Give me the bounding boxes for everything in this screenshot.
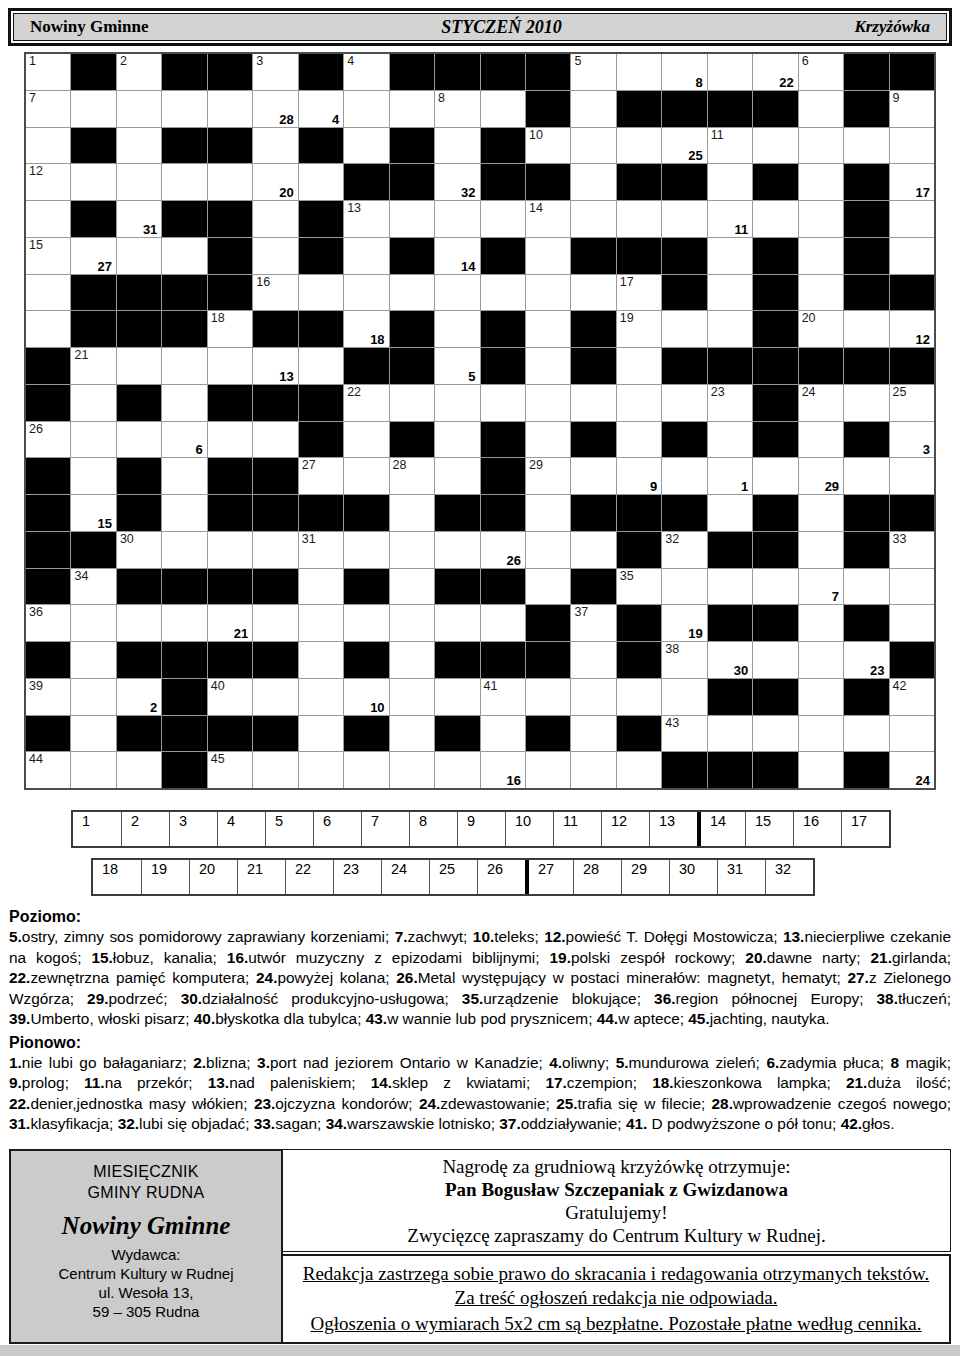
solution-box-12[interactable]: 12 bbox=[601, 812, 649, 846]
cell-r10c9[interactable] bbox=[390, 385, 434, 421]
cell-r10c12[interactable] bbox=[526, 385, 570, 421]
cell-r18c10[interactable] bbox=[435, 679, 479, 715]
cell-r16c10[interactable] bbox=[435, 605, 479, 641]
cell-r3c6[interactable] bbox=[253, 128, 297, 164]
cell-r10c15[interactable] bbox=[662, 385, 706, 421]
cell-r17c15[interactable]: 38 bbox=[662, 642, 706, 678]
cell-r4c5[interactable] bbox=[208, 164, 252, 200]
solution-box-20[interactable]: 20 bbox=[189, 860, 237, 894]
cell-r15c14[interactable]: 35 bbox=[617, 569, 661, 605]
cell-r17c19[interactable]: 23 bbox=[844, 642, 888, 678]
solution-box-28[interactable]: 28 bbox=[573, 860, 621, 894]
cell-r5c14[interactable] bbox=[617, 201, 661, 237]
cell-r12c12[interactable]: 29 bbox=[526, 458, 570, 494]
cell-r1c8[interactable]: 4 bbox=[344, 54, 388, 90]
winner-name: Pan Bogusław Szczepaniak z Gwizdanowa bbox=[289, 1178, 944, 1201]
cell-r2c7[interactable]: 4 bbox=[299, 91, 343, 127]
cell-r9c5[interactable] bbox=[208, 348, 252, 384]
cipher-number: 25 bbox=[688, 148, 702, 163]
cell-r2c3[interactable] bbox=[117, 91, 161, 127]
cell-r12c7[interactable]: 27 bbox=[299, 458, 343, 494]
cell-r11c4[interactable]: 6 bbox=[162, 422, 206, 458]
cell-r9c12[interactable] bbox=[526, 348, 570, 384]
cell-r17c9[interactable] bbox=[390, 642, 434, 678]
solution-box-24[interactable]: 24 bbox=[381, 860, 429, 894]
cell-r10c20[interactable]: 25 bbox=[890, 385, 934, 421]
cell-r20c10[interactable] bbox=[435, 752, 479, 788]
cell-r12c17[interactable] bbox=[753, 458, 797, 494]
cell-r8c5[interactable]: 18 bbox=[208, 311, 252, 347]
cell-r4c2[interactable] bbox=[71, 164, 115, 200]
solution-box-4[interactable]: 4 bbox=[217, 812, 265, 846]
solution-box-29[interactable]: 29 bbox=[621, 860, 669, 894]
cell-r6c18[interactable] bbox=[799, 238, 843, 274]
cell-r11c13-block bbox=[571, 422, 615, 458]
cell-r5c10[interactable] bbox=[435, 201, 479, 237]
cell-r3c16[interactable]: 11 bbox=[708, 128, 752, 164]
cell-r9c10[interactable]: 5 bbox=[435, 348, 479, 384]
cell-r18c20[interactable]: 42 bbox=[890, 679, 934, 715]
cell-r19c16[interactable] bbox=[708, 716, 752, 752]
cell-r4c1[interactable]: 12 bbox=[26, 164, 70, 200]
cell-r1c13[interactable]: 5 bbox=[571, 54, 615, 90]
cell-r12c19[interactable] bbox=[844, 458, 888, 494]
cell-r18c1[interactable]: 39 bbox=[26, 679, 70, 715]
cell-r11c5[interactable] bbox=[208, 422, 252, 458]
cell-r20c13[interactable] bbox=[571, 752, 615, 788]
cell-r12c8[interactable] bbox=[344, 458, 388, 494]
cell-r17c16[interactable]: 30 bbox=[708, 642, 752, 678]
solution-box-5[interactable]: 5 bbox=[265, 812, 313, 846]
cell-r20c11[interactable]: 16 bbox=[481, 752, 525, 788]
cell-r7c13[interactable] bbox=[571, 275, 615, 311]
cell-r10c14[interactable] bbox=[617, 385, 661, 421]
cell-r2c2[interactable] bbox=[71, 91, 115, 127]
cell-r15c15[interactable] bbox=[662, 569, 706, 605]
cell-r15c7[interactable] bbox=[299, 569, 343, 605]
cell-r14c12[interactable] bbox=[526, 532, 570, 568]
cipher-number: 18 bbox=[370, 332, 384, 347]
cell-r4c3[interactable] bbox=[117, 164, 161, 200]
cell-r3c20[interactable] bbox=[890, 128, 934, 164]
cell-r15c16[interactable] bbox=[708, 569, 752, 605]
cell-r7c11[interactable] bbox=[481, 275, 525, 311]
cell-r3c12[interactable]: 10 bbox=[526, 128, 570, 164]
cell-r3c18[interactable] bbox=[799, 128, 843, 164]
cell-r8c10[interactable] bbox=[435, 311, 479, 347]
cell-r9c3[interactable] bbox=[117, 348, 161, 384]
cell-r2c5[interactable] bbox=[208, 91, 252, 127]
cell-r14c16-block bbox=[708, 532, 752, 568]
solution-box-18[interactable]: 18 bbox=[93, 860, 141, 894]
cell-r18c2[interactable] bbox=[71, 679, 115, 715]
cell-r14c9[interactable] bbox=[390, 532, 434, 568]
cell-r19c11[interactable] bbox=[481, 716, 525, 752]
cell-r12c16[interactable]: 1 bbox=[708, 458, 752, 494]
cell-r2c1[interactable]: 7 bbox=[26, 91, 70, 127]
cell-r9c17-block bbox=[753, 348, 797, 384]
solution-box-30[interactable]: 30 bbox=[669, 860, 717, 894]
cell-r4c16[interactable] bbox=[708, 164, 752, 200]
cell-r10c13[interactable] bbox=[571, 385, 615, 421]
cell-r4c7[interactable] bbox=[299, 164, 343, 200]
cell-r14c7[interactable]: 31 bbox=[299, 532, 343, 568]
cell-r4c10[interactable]: 32 bbox=[435, 164, 479, 200]
cell-r12c18[interactable]: 29 bbox=[799, 458, 843, 494]
cell-r20c12[interactable] bbox=[526, 752, 570, 788]
cell-r12c9[interactable]: 28 bbox=[390, 458, 434, 494]
cell-r14c4[interactable] bbox=[162, 532, 206, 568]
cell-r18c9[interactable] bbox=[390, 679, 434, 715]
cell-r5c13[interactable] bbox=[571, 201, 615, 237]
solution-box-6[interactable]: 6 bbox=[313, 812, 361, 846]
solution-box-31[interactable]: 31 bbox=[717, 860, 765, 894]
cell-r17c7[interactable] bbox=[299, 642, 343, 678]
cell-r7c8[interactable] bbox=[344, 275, 388, 311]
cell-r18c7[interactable] bbox=[299, 679, 343, 715]
cell-r6c7-block bbox=[299, 238, 343, 274]
cell-r19c15[interactable]: 43 bbox=[662, 716, 706, 752]
cell-r15c2[interactable]: 34 bbox=[71, 569, 115, 605]
cell-r1c3[interactable]: 2 bbox=[117, 54, 161, 90]
cell-r5c12[interactable]: 14 bbox=[526, 201, 570, 237]
cell-r10c11[interactable] bbox=[481, 385, 525, 421]
cell-r14c18[interactable] bbox=[799, 532, 843, 568]
cell-r16c15[interactable]: 19 bbox=[662, 605, 706, 641]
cell-r11c18[interactable] bbox=[799, 422, 843, 458]
cell-r16c1[interactable]: 36 bbox=[26, 605, 70, 641]
solution-box-number: 3 bbox=[179, 813, 187, 829]
cell-r14c15[interactable]: 32 bbox=[662, 532, 706, 568]
cell-r20c14[interactable] bbox=[617, 752, 661, 788]
cell-r4c18[interactable] bbox=[799, 164, 843, 200]
cell-r15c20[interactable] bbox=[890, 569, 934, 605]
cell-r10c8[interactable]: 22 bbox=[344, 385, 388, 421]
cell-r11c3[interactable] bbox=[117, 422, 161, 458]
cell-r2c6[interactable]: 28 bbox=[253, 91, 297, 127]
solution-box-22[interactable]: 22 bbox=[285, 860, 333, 894]
cell-r12c15[interactable] bbox=[662, 458, 706, 494]
cell-r15c17[interactable] bbox=[753, 569, 797, 605]
cell-r8c8[interactable]: 18 bbox=[344, 311, 388, 347]
cell-r20c5[interactable]: 45 bbox=[208, 752, 252, 788]
cell-r15c12[interactable] bbox=[526, 569, 570, 605]
cell-r5c3[interactable]: 31 bbox=[117, 201, 161, 237]
cell-r18c8[interactable]: 10 bbox=[344, 679, 388, 715]
solution-box-19[interactable]: 19 bbox=[141, 860, 189, 894]
cell-r5c17[interactable] bbox=[753, 201, 797, 237]
cell-r4c6[interactable]: 20 bbox=[253, 164, 297, 200]
cell-r7c1[interactable] bbox=[26, 275, 70, 311]
cell-r18c14[interactable] bbox=[617, 679, 661, 715]
cell-r11c12[interactable] bbox=[526, 422, 570, 458]
cell-r11c2[interactable] bbox=[71, 422, 115, 458]
cell-r19c7[interactable] bbox=[299, 716, 343, 752]
cell-r6c4[interactable] bbox=[162, 238, 206, 274]
cell-r20c3[interactable] bbox=[117, 752, 161, 788]
cell-r11c6[interactable] bbox=[253, 422, 297, 458]
cell-r16c4[interactable] bbox=[162, 605, 206, 641]
cell-r6c2[interactable]: 27 bbox=[71, 238, 115, 274]
cell-r13c12[interactable] bbox=[526, 495, 570, 531]
cell-r14c5[interactable] bbox=[208, 532, 252, 568]
cell-r20c8[interactable] bbox=[344, 752, 388, 788]
cell-r9c2[interactable]: 21 bbox=[71, 348, 115, 384]
cell-r8c14[interactable]: 19 bbox=[617, 311, 661, 347]
cell-r18c15[interactable] bbox=[662, 679, 706, 715]
cell-r20c18[interactable] bbox=[799, 752, 843, 788]
cell-r8c12[interactable] bbox=[526, 311, 570, 347]
cell-r14c10[interactable] bbox=[435, 532, 479, 568]
cell-r16c18[interactable] bbox=[799, 605, 843, 641]
clue-number: 41 bbox=[484, 679, 498, 694]
cell-r1c17[interactable]: 22 bbox=[753, 54, 797, 90]
cell-r4c13[interactable] bbox=[571, 164, 615, 200]
cell-r18c5[interactable]: 40 bbox=[208, 679, 252, 715]
cell-r18c11[interactable]: 41 bbox=[481, 679, 525, 715]
solution-box-32[interactable]: 32 bbox=[765, 860, 813, 894]
cell-r3c3[interactable] bbox=[117, 128, 161, 164]
cell-r16c20[interactable] bbox=[890, 605, 934, 641]
cell-r2c4[interactable] bbox=[162, 91, 206, 127]
solution-box-11[interactable]: 11 bbox=[553, 812, 601, 846]
solution-box-number: 24 bbox=[391, 861, 407, 877]
cell-r1c16[interactable] bbox=[708, 54, 752, 90]
cell-r14c13[interactable] bbox=[571, 532, 615, 568]
cell-r19c19[interactable] bbox=[844, 716, 888, 752]
cell-r1c15[interactable]: 8 bbox=[662, 54, 706, 90]
cell-r5c20[interactable] bbox=[890, 201, 934, 237]
cell-r2c10[interactable]: 8 bbox=[435, 91, 479, 127]
cell-r12c4[interactable] bbox=[162, 458, 206, 494]
cell-r5c9[interactable] bbox=[390, 201, 434, 237]
cell-r14c11[interactable]: 26 bbox=[481, 532, 525, 568]
solution-box-13[interactable]: 13 bbox=[649, 812, 697, 846]
cell-r6c16[interactable] bbox=[708, 238, 752, 274]
cell-r1c6[interactable]: 3 bbox=[253, 54, 297, 90]
cell-r20c2[interactable] bbox=[71, 752, 115, 788]
cell-r5c1[interactable] bbox=[26, 201, 70, 237]
cell-r13c9[interactable] bbox=[390, 495, 434, 531]
cell-r16c2[interactable] bbox=[71, 605, 115, 641]
cell-r11c9-block bbox=[390, 422, 434, 458]
cell-r3c13[interactable] bbox=[571, 128, 615, 164]
cell-r18c3[interactable]: 2 bbox=[117, 679, 161, 715]
solution-box-9[interactable]: 9 bbox=[457, 812, 505, 846]
cell-r11c10[interactable] bbox=[435, 422, 479, 458]
cell-r11c20[interactable]: 3 bbox=[890, 422, 934, 458]
solution-box-16[interactable]: 16 bbox=[793, 812, 841, 846]
cell-r4c15-block bbox=[662, 164, 706, 200]
solution-box-1[interactable]: 1 bbox=[73, 812, 121, 846]
cell-r7c10[interactable] bbox=[435, 275, 479, 311]
cell-r16c13[interactable]: 37 bbox=[571, 605, 615, 641]
cell-r2c20[interactable]: 9 bbox=[890, 91, 934, 127]
cell-r9c7[interactable] bbox=[299, 348, 343, 384]
clue-number: 17 bbox=[620, 275, 634, 290]
cell-r3c14[interactable] bbox=[617, 128, 661, 164]
cell-r2c18[interactable] bbox=[799, 91, 843, 127]
solution-box-25[interactable]: 25 bbox=[429, 860, 477, 894]
cell-r16c11[interactable] bbox=[481, 605, 525, 641]
cell-r10c16[interactable]: 23 bbox=[708, 385, 752, 421]
cell-r19c17[interactable] bbox=[753, 716, 797, 752]
solution-box-21[interactable]: 21 bbox=[237, 860, 285, 894]
cell-r1c1[interactable]: 1 bbox=[26, 54, 70, 90]
solution-box-7[interactable]: 7 bbox=[361, 812, 409, 846]
cell-r14c20[interactable]: 33 bbox=[890, 532, 934, 568]
cell-r7c9[interactable] bbox=[390, 275, 434, 311]
cell-r7c18[interactable] bbox=[799, 275, 843, 311]
cell-r8c18[interactable]: 20 bbox=[799, 311, 843, 347]
cell-r9c4[interactable] bbox=[162, 348, 206, 384]
cell-r6c12[interactable] bbox=[526, 238, 570, 274]
cell-r3c1[interactable] bbox=[26, 128, 70, 164]
cell-r2c11[interactable] bbox=[481, 91, 525, 127]
cell-r13c4[interactable] bbox=[162, 495, 206, 531]
cell-r16c3[interactable] bbox=[117, 605, 161, 641]
cell-r11c1[interactable]: 26 bbox=[26, 422, 70, 458]
cell-r10c4[interactable] bbox=[162, 385, 206, 421]
solution-box-15[interactable]: 15 bbox=[745, 812, 793, 846]
cell-r6c10[interactable]: 14 bbox=[435, 238, 479, 274]
solution-box-27[interactable]: 27 bbox=[525, 860, 573, 894]
cell-r5c16[interactable]: 11 bbox=[708, 201, 752, 237]
cell-r14c3[interactable]: 30 bbox=[117, 532, 161, 568]
cell-r11c8[interactable] bbox=[344, 422, 388, 458]
cell-r12c2[interactable] bbox=[71, 458, 115, 494]
solution-box-3[interactable]: 3 bbox=[169, 812, 217, 846]
cell-r13c19-block bbox=[844, 495, 888, 531]
cell-r15c18[interactable]: 7 bbox=[799, 569, 843, 605]
clue-number: 14 bbox=[529, 201, 543, 216]
cell-r17c18[interactable] bbox=[799, 642, 843, 678]
cell-r2c9[interactable] bbox=[390, 91, 434, 127]
cell-r10c2[interactable] bbox=[71, 385, 115, 421]
cell-r12c13[interactable] bbox=[571, 458, 615, 494]
cell-r19c13[interactable] bbox=[571, 716, 615, 752]
cell-r5c18[interactable] bbox=[799, 201, 843, 237]
cell-r20c9[interactable] bbox=[390, 752, 434, 788]
cell-r6c8[interactable] bbox=[344, 238, 388, 274]
cell-r8c15[interactable] bbox=[662, 311, 706, 347]
cell-r6c20[interactable] bbox=[890, 238, 934, 274]
cell-r17c13[interactable] bbox=[571, 642, 615, 678]
cell-r20c1[interactable]: 44 bbox=[26, 752, 70, 788]
cell-r19c9[interactable] bbox=[390, 716, 434, 752]
cell-r3c8[interactable] bbox=[344, 128, 388, 164]
cell-r5c11[interactable] bbox=[481, 201, 525, 237]
cell-r19c20[interactable] bbox=[890, 716, 934, 752]
solution-box-23[interactable]: 23 bbox=[333, 860, 381, 894]
cell-r10c18[interactable]: 24 bbox=[799, 385, 843, 421]
solution-box-10[interactable]: 10 bbox=[505, 812, 553, 846]
solution-box-number: 21 bbox=[247, 861, 263, 877]
cell-r2c13[interactable] bbox=[571, 91, 615, 127]
cell-r18c6[interactable] bbox=[253, 679, 297, 715]
cell-r5c15[interactable] bbox=[662, 201, 706, 237]
cell-r10c19[interactable] bbox=[844, 385, 888, 421]
cell-r14c6[interactable] bbox=[253, 532, 297, 568]
cell-r9c16-block bbox=[708, 348, 752, 384]
cell-r17c17[interactable] bbox=[753, 642, 797, 678]
cell-r1c18[interactable]: 6 bbox=[799, 54, 843, 90]
cell-r16c5[interactable]: 21 bbox=[208, 605, 252, 641]
cell-r3c15[interactable]: 25 bbox=[662, 128, 706, 164]
cell-r12c14[interactable]: 9 bbox=[617, 458, 661, 494]
cell-r10c10[interactable] bbox=[435, 385, 479, 421]
cell-r18c13[interactable] bbox=[571, 679, 615, 715]
cell-r12c20[interactable] bbox=[890, 458, 934, 494]
solution-box-17[interactable]: 17 bbox=[841, 812, 889, 846]
solution-box-2[interactable]: 2 bbox=[121, 812, 169, 846]
cell-r8c19[interactable] bbox=[844, 311, 888, 347]
cell-r7c12[interactable] bbox=[526, 275, 570, 311]
cell-r14c8[interactable] bbox=[344, 532, 388, 568]
cell-r5c6[interactable] bbox=[253, 201, 297, 237]
cell-r9c6[interactable]: 13 bbox=[253, 348, 297, 384]
cell-r8c1[interactable] bbox=[26, 311, 70, 347]
cell-r6c3[interactable] bbox=[117, 238, 161, 274]
congrats-line: Gratulujemy! bbox=[289, 1201, 944, 1224]
cell-r3c19[interactable] bbox=[844, 128, 888, 164]
cell-r11c16[interactable] bbox=[708, 422, 752, 458]
cell-r7c14[interactable]: 17 bbox=[617, 275, 661, 311]
cell-r13c16[interactable] bbox=[708, 495, 752, 531]
cell-r17c2[interactable] bbox=[71, 642, 115, 678]
cell-r4c4[interactable] bbox=[162, 164, 206, 200]
cell-r19c18[interactable] bbox=[799, 716, 843, 752]
cell-r16c8[interactable] bbox=[344, 605, 388, 641]
cell-r7c7[interactable] bbox=[299, 275, 343, 311]
cell-r16c7[interactable] bbox=[299, 605, 343, 641]
cell-r2c8[interactable] bbox=[344, 91, 388, 127]
cell-r5c8[interactable]: 13 bbox=[344, 201, 388, 237]
cell-r20c6[interactable] bbox=[253, 752, 297, 788]
cell-r3c10[interactable] bbox=[435, 128, 479, 164]
clue-number: 13 bbox=[347, 201, 361, 216]
cell-r8c16[interactable] bbox=[708, 311, 752, 347]
solution-box-number: 13 bbox=[659, 813, 675, 829]
solution-box-26[interactable]: 26 bbox=[477, 860, 525, 894]
cell-r15c19[interactable] bbox=[844, 569, 888, 605]
cell-r9c14[interactable] bbox=[617, 348, 661, 384]
cell-r15c9[interactable] bbox=[390, 569, 434, 605]
cell-r13c2[interactable]: 15 bbox=[71, 495, 115, 531]
cell-r11c14[interactable] bbox=[617, 422, 661, 458]
cell-r4c20[interactable]: 17 bbox=[890, 164, 934, 200]
cell-r20c20[interactable]: 24 bbox=[890, 752, 934, 788]
cell-r7c16[interactable] bbox=[708, 275, 752, 311]
cell-r18c12[interactable] bbox=[526, 679, 570, 715]
cell-r7c6[interactable]: 16 bbox=[253, 275, 297, 311]
cell-r13c18[interactable] bbox=[799, 495, 843, 531]
cell-r1c14[interactable] bbox=[617, 54, 661, 90]
cell-r20c7[interactable] bbox=[299, 752, 343, 788]
cell-r16c9[interactable] bbox=[390, 605, 434, 641]
cell-r8c9-block bbox=[390, 311, 434, 347]
cell-r19c2[interactable] bbox=[71, 716, 115, 752]
cell-r3c17[interactable] bbox=[753, 128, 797, 164]
solution-box-14[interactable]: 14 bbox=[697, 812, 745, 846]
cell-r16c6[interactable] bbox=[253, 605, 297, 641]
cell-r12c10[interactable] bbox=[435, 458, 479, 494]
cell-r18c18[interactable] bbox=[799, 679, 843, 715]
cell-r8c20[interactable]: 12 bbox=[890, 311, 934, 347]
cell-r6c1[interactable]: 15 bbox=[26, 238, 70, 274]
solution-box-8[interactable]: 8 bbox=[409, 812, 457, 846]
cell-r6c6[interactable] bbox=[253, 238, 297, 274]
